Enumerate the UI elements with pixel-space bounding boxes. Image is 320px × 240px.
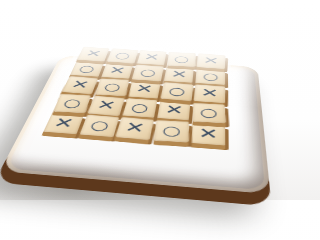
tile-r1c5-x[interactable]: ✕ [197, 53, 226, 68]
photo-scene: ✕○✕○✕○✕○✕○✕○✕○✕○✕○✕○✕○✕○✕ [0, 49, 271, 200]
tile-r2c3-o[interactable]: ○ [132, 64, 164, 80]
tile-r5c5-x[interactable]: ✕ [191, 123, 226, 146]
tile-r4c3-o[interactable]: ○ [122, 98, 157, 118]
tile-r5c3-x[interactable]: ✕ [115, 117, 153, 140]
tile-r4c5-o[interactable]: ○ [193, 103, 226, 123]
tile-r3c4-o[interactable]: ○ [160, 82, 193, 101]
tile-r1c4-o[interactable]: ○ [167, 52, 195, 66]
tile-r1c2-o[interactable]: ○ [106, 48, 138, 63]
tile-r1c1-x[interactable]: ✕ [77, 47, 109, 62]
tile-r2c5-o[interactable]: ○ [196, 68, 225, 85]
tile-r3c1-x[interactable]: ✕ [62, 76, 98, 94]
tile-r4c2-x[interactable]: ✕ [87, 96, 124, 116]
tile-r4c1-o[interactable]: ○ [54, 94, 91, 113]
tile-r2c2-x[interactable]: ✕ [101, 63, 133, 79]
tile-r2c4-x[interactable]: ✕ [164, 66, 194, 82]
tile-r3c5-x[interactable]: ✕ [194, 85, 225, 104]
tile-r5c4-o[interactable]: ○ [153, 120, 188, 142]
tile-r3c3-x[interactable]: ✕ [127, 80, 160, 98]
tile-r1c3-x[interactable]: ✕ [137, 50, 167, 65]
tile-r3c2-o[interactable]: ○ [95, 79, 128, 96]
tile-r4c4-x[interactable]: ✕ [157, 100, 191, 120]
tile-r2c1-o[interactable]: ○ [70, 61, 103, 77]
tile-r5c2-o[interactable]: ○ [79, 115, 118, 137]
